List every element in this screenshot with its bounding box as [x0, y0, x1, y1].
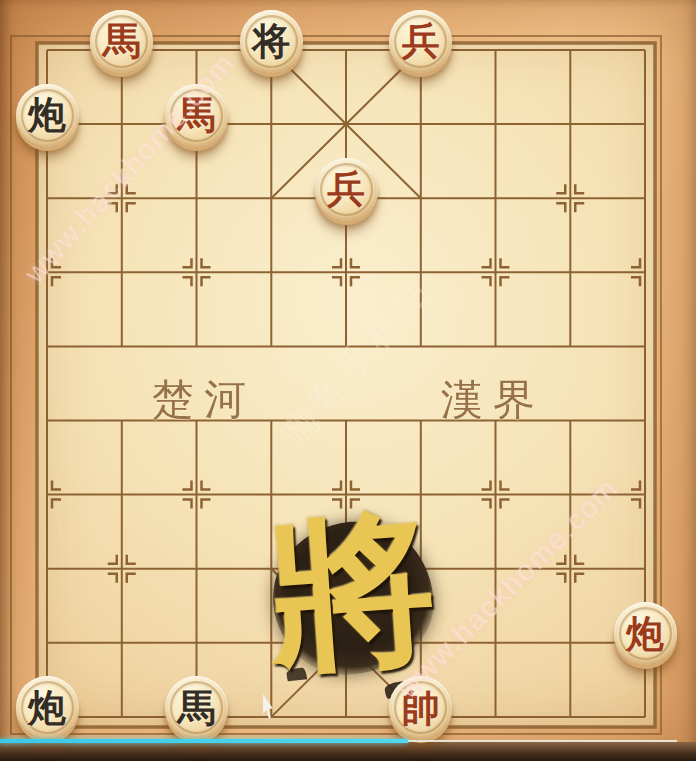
- piece-character: 炮: [28, 689, 66, 727]
- piece-red-cannon[interactable]: 炮: [614, 602, 677, 665]
- piece-black-cannon[interactable]: 炮: [16, 84, 79, 147]
- progress-played-segment[interactable]: [0, 739, 408, 743]
- player-bottom-strip: [0, 742, 696, 761]
- piece-red-horse[interactable]: 馬: [90, 10, 153, 73]
- piece-character: 将: [252, 22, 290, 60]
- piece-character: 馬: [178, 689, 216, 727]
- board-grid[interactable]: [0, 0, 696, 761]
- piece-character: 炮: [626, 615, 664, 653]
- piece-black-cannon[interactable]: 炮: [16, 676, 79, 739]
- piece-character: 兵: [327, 170, 365, 208]
- piece-character: 兵: [402, 22, 440, 60]
- piece-character: 馬: [178, 96, 216, 134]
- xiangqi-game-screen: 楚河 漢界 將 馬将兵炮馬兵炮炮馬帥 www.hackhome.com 嗨客手机…: [0, 0, 696, 761]
- river-label-han-jie: 漢界: [441, 372, 545, 428]
- piece-character: 帥: [402, 689, 440, 727]
- progress-track-segment[interactable]: [408, 740, 677, 742]
- river-label-chu-he: 楚河: [152, 372, 256, 428]
- piece-character: 炮: [28, 96, 66, 134]
- piece-character: 馬: [103, 22, 141, 60]
- piece-red-horse[interactable]: 馬: [165, 84, 228, 147]
- piece-black-horse[interactable]: 馬: [165, 676, 228, 739]
- piece-red-soldier[interactable]: 兵: [389, 10, 452, 73]
- piece-black-general[interactable]: 将: [240, 10, 303, 73]
- piece-red-soldier[interactable]: 兵: [315, 158, 378, 221]
- video-progress-bar[interactable]: [0, 739, 696, 744]
